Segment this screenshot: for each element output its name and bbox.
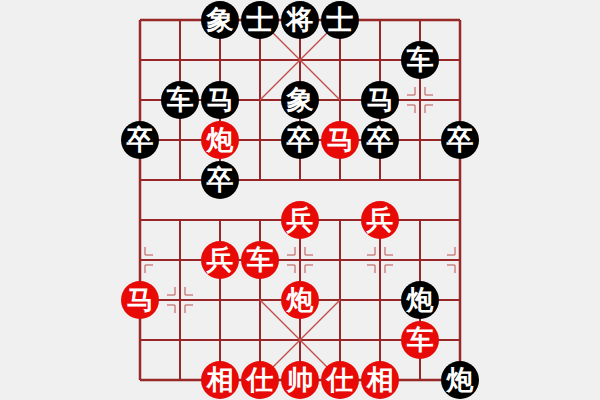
- piece-black-cannon[interactable]: 炮: [441, 361, 479, 399]
- xiangqi-board-screen: 象士将士车车马象马卒炮卒马卒卒卒兵兵兵车马炮炮车相仕帅仕相炮: [0, 0, 600, 400]
- piece-black-horse[interactable]: 马: [201, 81, 239, 119]
- piece-black-soldier[interactable]: 卒: [361, 121, 399, 159]
- piece-red-advisor[interactable]: 仕: [321, 361, 359, 399]
- piece-black-chariot[interactable]: 车: [161, 81, 199, 119]
- piece-black-elephant[interactable]: 象: [201, 1, 239, 39]
- piece-red-horse[interactable]: 马: [121, 281, 159, 319]
- piece-black-cannon[interactable]: 炮: [401, 281, 439, 319]
- piece-red-elephant[interactable]: 相: [361, 361, 399, 399]
- piece-red-cannon[interactable]: 炮: [201, 121, 239, 159]
- piece-red-soldier[interactable]: 兵: [201, 241, 239, 279]
- piece-red-horse[interactable]: 马: [321, 121, 359, 159]
- piece-red-soldier[interactable]: 兵: [281, 201, 319, 239]
- piece-black-soldier[interactable]: 卒: [441, 121, 479, 159]
- piece-red-chariot[interactable]: 车: [401, 321, 439, 359]
- xiangqi-board[interactable]: 象士将士车车马象马卒炮卒马卒卒卒兵兵兵车马炮炮车相仕帅仕相炮: [120, 0, 480, 400]
- piece-red-chariot[interactable]: 车: [241, 241, 279, 279]
- piece-black-soldier[interactable]: 卒: [201, 161, 239, 199]
- piece-black-elephant[interactable]: 象: [281, 81, 319, 119]
- piece-black-horse[interactable]: 马: [361, 81, 399, 119]
- piece-red-advisor[interactable]: 仕: [241, 361, 279, 399]
- piece-black-chariot[interactable]: 车: [401, 41, 439, 79]
- piece-black-advisor[interactable]: 士: [241, 1, 279, 39]
- piece-red-general[interactable]: 帅: [281, 361, 319, 399]
- piece-black-soldier[interactable]: 卒: [121, 121, 159, 159]
- piece-red-soldier[interactable]: 兵: [361, 201, 399, 239]
- piece-black-advisor[interactable]: 士: [321, 1, 359, 39]
- piece-red-elephant[interactable]: 相: [201, 361, 239, 399]
- piece-black-general[interactable]: 将: [281, 1, 319, 39]
- piece-black-soldier[interactable]: 卒: [281, 121, 319, 159]
- piece-red-cannon[interactable]: 炮: [281, 281, 319, 319]
